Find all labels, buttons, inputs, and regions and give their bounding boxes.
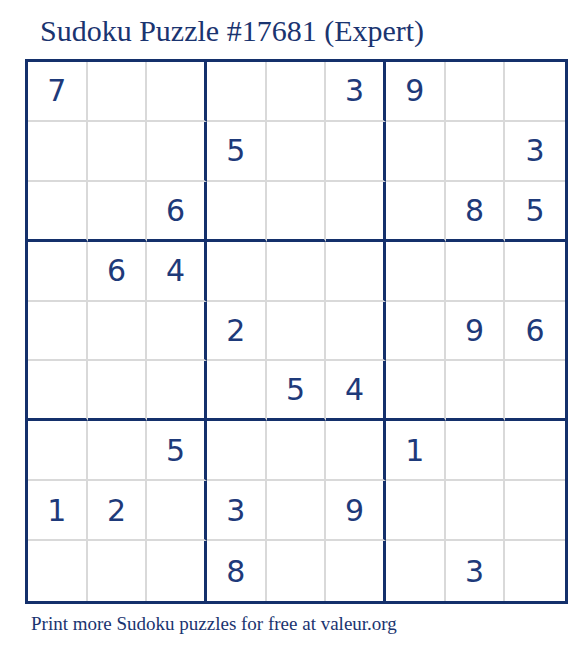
cell-r2c7-empty (386, 122, 446, 182)
footer-text: Print more Sudoku puzzles for free at va… (31, 613, 397, 635)
cell-r4c4-empty (207, 242, 267, 302)
cell-r7c5-empty (267, 421, 327, 481)
cell-r5c9-given: 6 (505, 302, 565, 362)
cell-r1c4-empty (207, 62, 267, 122)
cell-r1c9-empty (505, 62, 565, 122)
cell-r5c4-given: 2 (207, 302, 267, 362)
cell-r7c7-given: 1 (386, 421, 446, 481)
cell-r5c5-empty (267, 302, 327, 362)
cell-r1c6-given: 3 (326, 62, 386, 122)
cell-r9c6-empty (326, 541, 386, 601)
cell-r4c9-empty (505, 242, 565, 302)
cell-r4c8-empty (446, 242, 506, 302)
cell-r8c7-empty (386, 481, 446, 541)
cell-r4c5-empty (267, 242, 327, 302)
cell-r5c3-empty (147, 302, 207, 362)
cell-r1c7-given: 9 (386, 62, 446, 122)
cell-r4c7-empty (386, 242, 446, 302)
cell-r9c5-empty (267, 541, 327, 601)
cell-r5c6-empty (326, 302, 386, 362)
cell-r3c9-given: 5 (505, 182, 565, 242)
cell-r7c1-empty (28, 421, 88, 481)
cell-r8c9-empty (505, 481, 565, 541)
cell-r3c4-empty (207, 182, 267, 242)
cell-r6c3-empty (147, 361, 207, 421)
cell-r4c3-given: 4 (147, 242, 207, 302)
cell-r7c6-empty (326, 421, 386, 481)
cell-r3c1-empty (28, 182, 88, 242)
cell-r5c2-empty (88, 302, 148, 362)
cell-r2c5-empty (267, 122, 327, 182)
cell-r1c2-empty (88, 62, 148, 122)
cell-r6c9-empty (505, 361, 565, 421)
cell-r8c2-given: 2 (88, 481, 148, 541)
cell-r2c3-empty (147, 122, 207, 182)
cell-r6c7-empty (386, 361, 446, 421)
cell-r3c6-empty (326, 182, 386, 242)
cell-r7c8-empty (446, 421, 506, 481)
cell-r2c8-empty (446, 122, 506, 182)
cell-r1c8-empty (446, 62, 506, 122)
cell-r2c9-given: 3 (505, 122, 565, 182)
cell-r9c3-empty (147, 541, 207, 601)
cell-r3c2-empty (88, 182, 148, 242)
cell-r6c2-empty (88, 361, 148, 421)
cell-r2c6-empty (326, 122, 386, 182)
cell-r6c5-given: 5 (267, 361, 327, 421)
cell-r6c6-given: 4 (326, 361, 386, 421)
cell-r7c2-empty (88, 421, 148, 481)
cell-r9c2-empty (88, 541, 148, 601)
cell-r3c3-given: 6 (147, 182, 207, 242)
cell-r8c8-empty (446, 481, 506, 541)
cell-r7c3-given: 5 (147, 421, 207, 481)
cell-r7c4-empty (207, 421, 267, 481)
cell-r5c8-given: 9 (446, 302, 506, 362)
cell-r6c8-empty (446, 361, 506, 421)
page-title: Sudoku Puzzle #17681 (Expert) (40, 14, 424, 48)
cell-r3c5-empty (267, 182, 327, 242)
cell-r8c4-given: 3 (207, 481, 267, 541)
cell-r8c5-empty (267, 481, 327, 541)
cell-r8c3-empty (147, 481, 207, 541)
cell-r2c4-given: 5 (207, 122, 267, 182)
cell-r9c7-empty (386, 541, 446, 601)
cell-r4c2-given: 6 (88, 242, 148, 302)
cell-r3c8-given: 8 (446, 182, 506, 242)
cell-r8c6-given: 9 (326, 481, 386, 541)
cell-r1c5-empty (267, 62, 327, 122)
cell-r6c4-empty (207, 361, 267, 421)
cell-r2c1-empty (28, 122, 88, 182)
cell-r9c9-empty (505, 541, 565, 601)
cell-r9c1-empty (28, 541, 88, 601)
cell-r4c6-empty (326, 242, 386, 302)
cell-r9c8-given: 3 (446, 541, 506, 601)
cell-r3c7-empty (386, 182, 446, 242)
cell-r5c1-empty (28, 302, 88, 362)
cell-r1c3-empty (147, 62, 207, 122)
cell-r5c7-empty (386, 302, 446, 362)
cell-r6c1-empty (28, 361, 88, 421)
cell-r2c2-empty (88, 122, 148, 182)
cell-r8c1-given: 1 (28, 481, 88, 541)
cell-r9c4-given: 8 (207, 541, 267, 601)
cell-r7c9-empty (505, 421, 565, 481)
sudoku-grid: 73953685642965451123983 (25, 59, 568, 604)
cell-r1c1-given: 7 (28, 62, 88, 122)
cell-r4c1-empty (28, 242, 88, 302)
